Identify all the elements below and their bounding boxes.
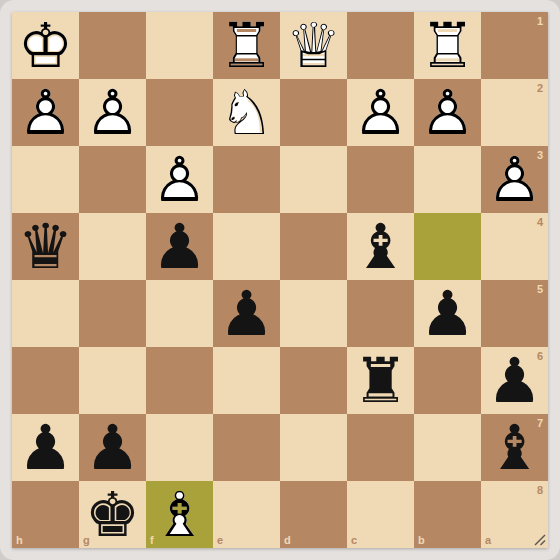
resize-handle-icon[interactable] [532, 532, 546, 546]
square-b2[interactable]: ♟♙ [414, 79, 481, 146]
square-h3[interactable] [12, 146, 79, 213]
square-h2[interactable]: ♟♙ [12, 79, 79, 146]
square-c3[interactable] [347, 146, 414, 213]
black-pawn-b5[interactable]: ♟ [414, 280, 481, 347]
square-f6[interactable] [146, 347, 213, 414]
square-d1[interactable]: ♛♕ [280, 12, 347, 79]
piece-glyph: ♝ [347, 213, 414, 280]
square-e4[interactable] [213, 213, 280, 280]
piece-glyph: ♟ [12, 414, 79, 481]
white-rook-b1[interactable]: ♜♖ [414, 12, 481, 79]
piece-glyph-outline: ♙ [146, 146, 213, 213]
file-label-c: c [351, 534, 357, 546]
piece-glyph: ♟ [79, 414, 146, 481]
square-d3[interactable] [280, 146, 347, 213]
file-label-b: b [418, 534, 425, 546]
rank-label-7: 7 [537, 417, 543, 429]
black-queen-h4[interactable]: ♛ [12, 213, 79, 280]
file-label-h: h [16, 534, 23, 546]
black-pawn-h7[interactable]: ♟ [12, 414, 79, 481]
white-king-h1[interactable]: ♚♔ [12, 12, 79, 79]
piece-glyph-outline: ♘ [213, 79, 280, 146]
square-g7[interactable]: ♟ [79, 414, 146, 481]
square-a4[interactable]: 4 [481, 213, 548, 280]
square-h6[interactable] [12, 347, 79, 414]
piece-glyph: ♜ [347, 347, 414, 414]
square-b3[interactable] [414, 146, 481, 213]
file-label-f: f [150, 534, 154, 546]
file-label-a: a [485, 534, 491, 546]
white-pawn-g2[interactable]: ♟♙ [79, 79, 146, 146]
piece-glyph-outline: ♙ [347, 79, 414, 146]
file-label-g: g [83, 534, 90, 546]
square-f7[interactable] [146, 414, 213, 481]
rank-label-4: 4 [537, 216, 543, 228]
square-g4[interactable] [79, 213, 146, 280]
piece-glyph-outline: ♖ [213, 12, 280, 79]
square-f3[interactable]: ♟♙ [146, 146, 213, 213]
black-pawn-e5[interactable]: ♟ [213, 280, 280, 347]
square-f2[interactable] [146, 79, 213, 146]
piece-glyph: ♟ [414, 280, 481, 347]
square-b8[interactable]: b [414, 481, 481, 548]
square-g6[interactable] [79, 347, 146, 414]
square-c2[interactable]: ♟♙ [347, 79, 414, 146]
square-d4[interactable] [280, 213, 347, 280]
black-bishop-c4[interactable]: ♝ [347, 213, 414, 280]
rank-label-5: 5 [537, 283, 543, 295]
square-h8[interactable]: h [12, 481, 79, 548]
square-e1[interactable]: ♜♖ [213, 12, 280, 79]
piece-glyph-outline: ♔ [12, 12, 79, 79]
square-e5[interactable]: ♟ [213, 280, 280, 347]
rank-label-3: 3 [537, 149, 543, 161]
square-g1[interactable] [79, 12, 146, 79]
piece-glyph: ♟ [146, 213, 213, 280]
white-bishop-f8[interactable]: ♝♗ [146, 481, 213, 548]
square-d2[interactable] [280, 79, 347, 146]
piece-glyph-outline: ♙ [79, 79, 146, 146]
white-pawn-c2[interactable]: ♟♙ [347, 79, 414, 146]
square-b7[interactable] [414, 414, 481, 481]
square-e7[interactable] [213, 414, 280, 481]
square-c4[interactable]: ♝ [347, 213, 414, 280]
chess-board: ♚♔♜♖♛♕♜♖1♟♙♟♙♞♘♟♙♟♙2♟♙♟♙3♛♟♝4♟♟5♜♟6♟♟♝7h… [12, 12, 548, 548]
page-card: ♚♔♜♖♛♕♜♖1♟♙♟♙♞♘♟♙♟♙2♟♙♟♙3♛♟♝4♟♟5♜♟6♟♟♝7h… [0, 0, 560, 560]
white-pawn-b2[interactable]: ♟♙ [414, 79, 481, 146]
square-c8[interactable]: c [347, 481, 414, 548]
square-e2[interactable]: ♞♘ [213, 79, 280, 146]
piece-glyph: ♛ [12, 213, 79, 280]
square-e6[interactable] [213, 347, 280, 414]
square-a1[interactable]: 1 [481, 12, 548, 79]
square-b4[interactable] [414, 213, 481, 280]
square-c6[interactable]: ♜ [347, 347, 414, 414]
square-b5[interactable]: ♟ [414, 280, 481, 347]
square-a2[interactable]: 2 [481, 79, 548, 146]
file-label-d: d [284, 534, 291, 546]
black-rook-c6[interactable]: ♜ [347, 347, 414, 414]
square-f5[interactable] [146, 280, 213, 347]
square-f4[interactable]: ♟ [146, 213, 213, 280]
black-pawn-f4[interactable]: ♟ [146, 213, 213, 280]
white-pawn-f3[interactable]: ♟♙ [146, 146, 213, 213]
white-knight-e2[interactable]: ♞♘ [213, 79, 280, 146]
piece-glyph-outline: ♕ [280, 12, 347, 79]
white-pawn-h2[interactable]: ♟♙ [12, 79, 79, 146]
square-d5[interactable] [280, 280, 347, 347]
square-b6[interactable] [414, 347, 481, 414]
square-g8[interactable]: ♚g [79, 481, 146, 548]
square-c5[interactable] [347, 280, 414, 347]
square-h4[interactable]: ♛ [12, 213, 79, 280]
square-e3[interactable] [213, 146, 280, 213]
square-h1[interactable]: ♚♔ [12, 12, 79, 79]
square-g5[interactable] [79, 280, 146, 347]
square-e8[interactable]: e [213, 481, 280, 548]
square-a7[interactable]: ♝7 [481, 414, 548, 481]
square-c7[interactable] [347, 414, 414, 481]
piece-glyph-outline: ♙ [12, 79, 79, 146]
piece-glyph-outline: ♙ [414, 79, 481, 146]
square-g2[interactable]: ♟♙ [79, 79, 146, 146]
piece-glyph: ♟ [213, 280, 280, 347]
square-f1[interactable] [146, 12, 213, 79]
black-pawn-g7[interactable]: ♟ [79, 414, 146, 481]
square-d6[interactable] [280, 347, 347, 414]
square-b1[interactable]: ♜♖ [414, 12, 481, 79]
rank-label-8: 8 [537, 484, 543, 496]
square-a5[interactable]: 5 [481, 280, 548, 347]
square-h5[interactable] [12, 280, 79, 347]
square-g3[interactable] [79, 146, 146, 213]
white-queen-d1[interactable]: ♛♕ [280, 12, 347, 79]
square-f8[interactable]: ♝♗f [146, 481, 213, 548]
rank-label-6: 6 [537, 350, 543, 362]
square-c1[interactable] [347, 12, 414, 79]
rank-label-1: 1 [537, 15, 543, 27]
rank-label-2: 2 [537, 82, 543, 94]
square-a3[interactable]: ♟♙3 [481, 146, 548, 213]
square-d7[interactable] [280, 414, 347, 481]
white-rook-e1[interactable]: ♜♖ [213, 12, 280, 79]
square-d8[interactable]: d [280, 481, 347, 548]
piece-glyph-outline: ♗ [146, 481, 213, 548]
file-label-e: e [217, 534, 223, 546]
piece-glyph-outline: ♖ [414, 12, 481, 79]
square-h7[interactable]: ♟ [12, 414, 79, 481]
square-a6[interactable]: ♟6 [481, 347, 548, 414]
